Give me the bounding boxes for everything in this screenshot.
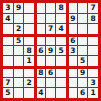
- cell-r2c3[interactable]: [24, 14, 34, 24]
- cell-r8c7[interactable]: [67, 78, 77, 88]
- cell-r4c9[interactable]: [88, 35, 98, 45]
- cell-r3c1[interactable]: [3, 24, 13, 34]
- cell-r9c3[interactable]: [24, 88, 34, 98]
- cell-r3c3[interactable]: [24, 24, 34, 34]
- cell-r8c4[interactable]: [35, 78, 45, 88]
- cell-r6c8[interactable]: 5: [78, 56, 88, 66]
- cell-r7c6[interactable]: [56, 67, 66, 77]
- cell-r1c3[interactable]: [24, 3, 34, 13]
- cell-r9c8[interactable]: 6: [78, 88, 88, 98]
- cell-r1c4[interactable]: [35, 3, 45, 13]
- cell-r5c5[interactable]: 9: [46, 46, 56, 56]
- cell-r1c7[interactable]: [67, 3, 77, 13]
- cell-r9c9[interactable]: 1: [88, 88, 98, 98]
- cell-r7c5[interactable]: 6: [46, 67, 56, 77]
- cell-r2c5[interactable]: [46, 14, 56, 24]
- cell-r4c5[interactable]: [46, 35, 56, 45]
- cell-r7c9[interactable]: [88, 67, 98, 77]
- cell-r1c1[interactable]: 3: [3, 3, 13, 13]
- cell-r8c1[interactable]: 7: [3, 78, 13, 88]
- cell-r3c8[interactable]: [78, 24, 88, 34]
- cell-r3c4[interactable]: [35, 24, 45, 34]
- cell-r5c3[interactable]: 8: [24, 46, 34, 56]
- cell-r2c6[interactable]: [56, 14, 66, 24]
- cell-r7c8[interactable]: 9: [78, 67, 88, 77]
- cell-r6c9[interactable]: [88, 56, 98, 66]
- cell-r6c3[interactable]: 1: [24, 56, 34, 66]
- cell-r2c1[interactable]: 4: [3, 14, 13, 24]
- cell-r8c9[interactable]: 3: [88, 78, 98, 88]
- cell-r9c1[interactable]: 5: [3, 88, 13, 98]
- cell-r7c4[interactable]: 8: [35, 67, 45, 77]
- cell-r5c6[interactable]: 5: [56, 46, 66, 56]
- cell-r5c8[interactable]: [78, 46, 88, 56]
- cell-r7c1[interactable]: [3, 67, 13, 77]
- cell-r2c9[interactable]: 8: [88, 14, 98, 24]
- cell-r8c2[interactable]: [14, 78, 24, 88]
- cell-r9c7[interactable]: [67, 88, 77, 98]
- cell-r4c4[interactable]: [35, 35, 45, 45]
- cell-r3c2[interactable]: 2: [14, 24, 24, 34]
- cell-r2c8[interactable]: [78, 14, 88, 24]
- cell-r6c1[interactable]: [3, 56, 13, 66]
- cell-r9c6[interactable]: [56, 88, 66, 98]
- cell-r8c5[interactable]: [46, 78, 56, 88]
- cell-r7c3[interactable]: [24, 67, 34, 77]
- cell-r6c4[interactable]: [35, 56, 45, 66]
- cell-r3c9[interactable]: [88, 24, 98, 34]
- cell-r2c4[interactable]: [35, 14, 45, 24]
- cell-r1c8[interactable]: [78, 3, 88, 13]
- cell-r6c7[interactable]: [67, 56, 77, 66]
- cell-r8c8[interactable]: [78, 78, 88, 88]
- cell-r1c5[interactable]: [46, 3, 56, 13]
- cell-r5c2[interactable]: [14, 46, 24, 56]
- cell-r3c6[interactable]: 4: [56, 24, 66, 34]
- cell-r1c6[interactable]: 8: [56, 3, 66, 13]
- cell-r6c2[interactable]: [14, 56, 24, 66]
- cell-r3c7[interactable]: [67, 24, 77, 34]
- cell-r8c3[interactable]: 2: [24, 78, 34, 88]
- cell-r2c7[interactable]: 9: [67, 14, 77, 24]
- cell-r3c5[interactable]: 7: [46, 24, 56, 34]
- cell-r4c6[interactable]: [56, 35, 66, 45]
- cell-r2c2[interactable]: [14, 14, 24, 24]
- cell-r4c3[interactable]: [24, 35, 34, 45]
- cell-r4c7[interactable]: 6: [67, 35, 77, 45]
- cell-r7c7[interactable]: [67, 67, 77, 77]
- cell-r5c7[interactable]: 3: [67, 46, 77, 56]
- cell-r6c6[interactable]: [56, 56, 66, 66]
- cell-r9c4[interactable]: 4: [35, 88, 45, 98]
- cell-r1c9[interactable]: 7: [88, 3, 98, 13]
- cell-r7c2[interactable]: [14, 67, 24, 77]
- cell-r4c8[interactable]: [78, 35, 88, 45]
- cell-r4c2[interactable]: 5: [14, 35, 24, 45]
- sudoku-board: 39874982745686953158697235461: [0, 0, 101, 101]
- cell-r1c2[interactable]: 9: [14, 3, 24, 13]
- cell-r4c1[interactable]: [3, 35, 13, 45]
- cell-r9c5[interactable]: [46, 88, 56, 98]
- cell-r5c4[interactable]: 6: [35, 46, 45, 56]
- cell-r5c1[interactable]: [3, 46, 13, 56]
- cell-r9c2[interactable]: [14, 88, 24, 98]
- cell-r8c6[interactable]: [56, 78, 66, 88]
- cell-r5c9[interactable]: [88, 46, 98, 56]
- cell-r6c5[interactable]: [46, 56, 56, 66]
